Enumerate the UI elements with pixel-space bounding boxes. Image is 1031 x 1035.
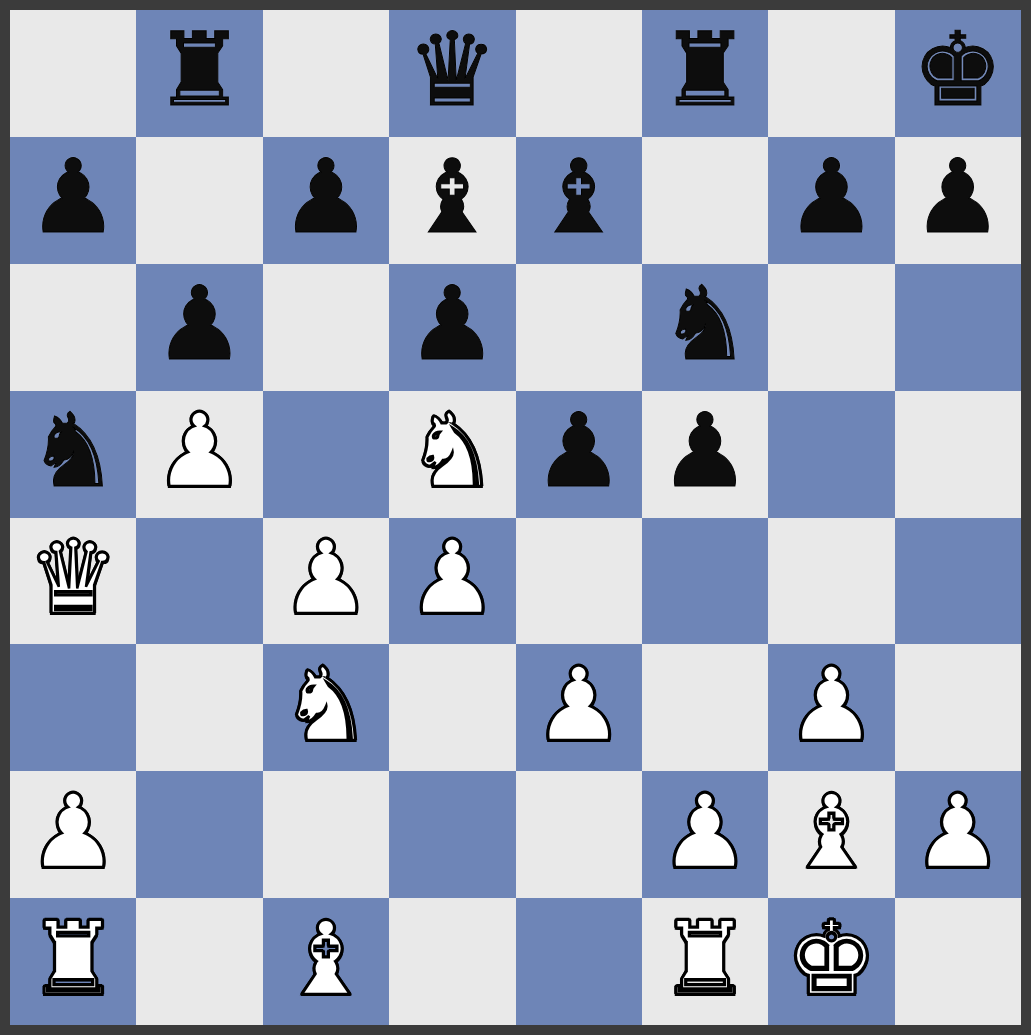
black-pawn-piece[interactable]: ♟ bbox=[154, 273, 245, 375]
black-bishop-piece[interactable]: ♝ bbox=[533, 146, 624, 248]
square-f6[interactable]: ♞ bbox=[642, 264, 768, 391]
black-rook-piece[interactable]: ♜ bbox=[154, 19, 245, 121]
square-b3[interactable] bbox=[136, 644, 262, 771]
black-pawn-piece[interactable]: ♟ bbox=[280, 146, 371, 248]
square-b4[interactable] bbox=[136, 518, 262, 645]
black-rook-piece[interactable]: ♜ bbox=[659, 19, 750, 121]
square-b8[interactable]: ♜ bbox=[136, 10, 262, 137]
square-c5[interactable] bbox=[263, 391, 389, 518]
white-pawn-piece[interactable]: ♟ bbox=[27, 781, 118, 883]
white-pawn-piece[interactable]: ♟ bbox=[659, 781, 750, 883]
square-e7[interactable]: ♝ bbox=[516, 137, 642, 264]
white-pawn-piece[interactable]: ♟ bbox=[154, 400, 245, 502]
square-d8[interactable]: ♛ bbox=[389, 10, 515, 137]
square-d3[interactable] bbox=[389, 644, 515, 771]
square-h5[interactable] bbox=[895, 391, 1021, 518]
square-h2[interactable]: ♟ bbox=[895, 771, 1021, 898]
square-f2[interactable]: ♟ bbox=[642, 771, 768, 898]
square-a1[interactable]: ♜ bbox=[10, 898, 136, 1025]
square-g1[interactable]: ♚ bbox=[768, 898, 894, 1025]
square-g4[interactable] bbox=[768, 518, 894, 645]
square-c7[interactable]: ♟ bbox=[263, 137, 389, 264]
square-b2[interactable] bbox=[136, 771, 262, 898]
white-rook-piece[interactable]: ♜ bbox=[27, 908, 118, 1010]
black-king-piece[interactable]: ♚ bbox=[912, 19, 1003, 121]
square-h6[interactable] bbox=[895, 264, 1021, 391]
square-c1[interactable]: ♝ bbox=[263, 898, 389, 1025]
square-f5[interactable]: ♟ bbox=[642, 391, 768, 518]
square-b5[interactable]: ♟ bbox=[136, 391, 262, 518]
black-queen-piece[interactable]: ♛ bbox=[407, 19, 498, 121]
square-c8[interactable] bbox=[263, 10, 389, 137]
square-g6[interactable] bbox=[768, 264, 894, 391]
square-a2[interactable]: ♟ bbox=[10, 771, 136, 898]
square-h4[interactable] bbox=[895, 518, 1021, 645]
square-c3[interactable]: ♞ bbox=[263, 644, 389, 771]
black-bishop-piece[interactable]: ♝ bbox=[407, 146, 498, 248]
black-pawn-piece[interactable]: ♟ bbox=[912, 146, 1003, 248]
square-g5[interactable] bbox=[768, 391, 894, 518]
white-pawn-piece[interactable]: ♟ bbox=[280, 527, 371, 629]
square-e4[interactable] bbox=[516, 518, 642, 645]
white-knight-piece[interactable]: ♞ bbox=[280, 654, 371, 756]
black-pawn-piece[interactable]: ♟ bbox=[407, 273, 498, 375]
square-f8[interactable]: ♜ bbox=[642, 10, 768, 137]
square-h7[interactable]: ♟ bbox=[895, 137, 1021, 264]
square-a7[interactable]: ♟ bbox=[10, 137, 136, 264]
square-e8[interactable] bbox=[516, 10, 642, 137]
square-h3[interactable] bbox=[895, 644, 1021, 771]
black-knight-piece[interactable]: ♞ bbox=[27, 400, 118, 502]
square-c4[interactable]: ♟ bbox=[263, 518, 389, 645]
square-e1[interactable] bbox=[516, 898, 642, 1025]
square-a3[interactable] bbox=[10, 644, 136, 771]
square-e6[interactable] bbox=[516, 264, 642, 391]
white-pawn-piece[interactable]: ♟ bbox=[533, 654, 624, 756]
white-rook-piece[interactable]: ♜ bbox=[659, 908, 750, 1010]
square-g7[interactable]: ♟ bbox=[768, 137, 894, 264]
square-e2[interactable] bbox=[516, 771, 642, 898]
square-e5[interactable]: ♟ bbox=[516, 391, 642, 518]
square-a6[interactable] bbox=[10, 264, 136, 391]
square-d1[interactable] bbox=[389, 898, 515, 1025]
white-king-piece[interactable]: ♚ bbox=[786, 908, 877, 1010]
square-g2[interactable]: ♝ bbox=[768, 771, 894, 898]
black-knight-piece[interactable]: ♞ bbox=[659, 273, 750, 375]
white-pawn-piece[interactable]: ♟ bbox=[407, 527, 498, 629]
square-d2[interactable] bbox=[389, 771, 515, 898]
chess-board: ♜♛♜♚♟♟♝♝♟♟♟♟♞♞♟♞♟♟♛♟♟♞♟♟♟♟♝♟♜♝♜♚ bbox=[10, 10, 1021, 1025]
chess-board-frame: ♜♛♜♚♟♟♝♝♟♟♟♟♞♞♟♞♟♟♛♟♟♞♟♟♟♟♝♟♜♝♜♚ bbox=[0, 0, 1031, 1035]
square-g3[interactable]: ♟ bbox=[768, 644, 894, 771]
square-a4[interactable]: ♛ bbox=[10, 518, 136, 645]
white-knight-piece[interactable]: ♞ bbox=[407, 400, 498, 502]
black-pawn-piece[interactable]: ♟ bbox=[27, 146, 118, 248]
square-d6[interactable]: ♟ bbox=[389, 264, 515, 391]
square-c2[interactable] bbox=[263, 771, 389, 898]
square-h8[interactable]: ♚ bbox=[895, 10, 1021, 137]
black-pawn-piece[interactable]: ♟ bbox=[786, 146, 877, 248]
square-b6[interactable]: ♟ bbox=[136, 264, 262, 391]
square-f1[interactable]: ♜ bbox=[642, 898, 768, 1025]
black-pawn-piece[interactable]: ♟ bbox=[533, 400, 624, 502]
white-bishop-piece[interactable]: ♝ bbox=[280, 908, 371, 1010]
white-queen-piece[interactable]: ♛ bbox=[27, 527, 118, 629]
square-d4[interactable]: ♟ bbox=[389, 518, 515, 645]
square-f3[interactable] bbox=[642, 644, 768, 771]
square-b7[interactable] bbox=[136, 137, 262, 264]
square-b1[interactable] bbox=[136, 898, 262, 1025]
black-pawn-piece[interactable]: ♟ bbox=[659, 400, 750, 502]
square-f4[interactable] bbox=[642, 518, 768, 645]
square-e3[interactable]: ♟ bbox=[516, 644, 642, 771]
white-pawn-piece[interactable]: ♟ bbox=[912, 781, 1003, 883]
square-h1[interactable] bbox=[895, 898, 1021, 1025]
square-f7[interactable] bbox=[642, 137, 768, 264]
square-d5[interactable]: ♞ bbox=[389, 391, 515, 518]
white-bishop-piece[interactable]: ♝ bbox=[786, 781, 877, 883]
square-c6[interactable] bbox=[263, 264, 389, 391]
square-a8[interactable] bbox=[10, 10, 136, 137]
square-g8[interactable] bbox=[768, 10, 894, 137]
square-a5[interactable]: ♞ bbox=[10, 391, 136, 518]
white-pawn-piece[interactable]: ♟ bbox=[786, 654, 877, 756]
square-d7[interactable]: ♝ bbox=[389, 137, 515, 264]
